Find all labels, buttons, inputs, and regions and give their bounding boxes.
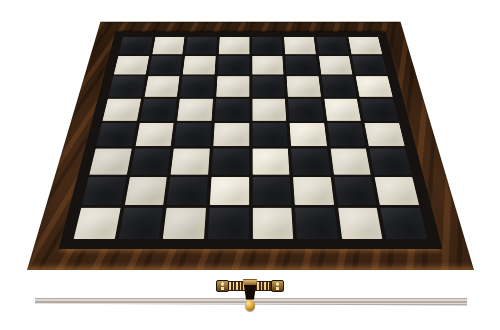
board-square-r8c4	[208, 208, 249, 239]
board-square-r4c3	[177, 99, 213, 121]
board-recess	[58, 32, 442, 249]
board-square-r3c6	[287, 76, 321, 96]
board-square-r8c8	[381, 208, 428, 239]
board-square-r7c2	[124, 177, 167, 205]
board-square-r1c4	[219, 37, 249, 54]
board-square-r6c6	[291, 149, 330, 175]
board-square-r3c8	[356, 76, 393, 96]
latch-screw-plate-right	[271, 280, 284, 292]
board-square-r6c5	[252, 149, 289, 175]
latch-screw-plate-left	[216, 280, 229, 292]
board-square-r3c7	[321, 76, 356, 96]
latch-knob	[245, 300, 255, 311]
board-square-r8c1	[74, 208, 121, 239]
latch-hasp	[243, 279, 257, 300]
board-square-r5c6	[290, 123, 327, 147]
board-square-r6c7	[330, 149, 370, 175]
chess-box-photo	[0, 0, 500, 330]
board-square-r6c4	[212, 149, 249, 175]
board-square-r3c5	[252, 76, 285, 96]
board-square-r4c2	[140, 99, 177, 121]
board-square-r5c4	[213, 123, 249, 147]
board-square-r8c5	[252, 208, 293, 239]
board-square-r8c7	[338, 208, 383, 239]
box-top-wood-frame	[27, 22, 474, 270]
board-square-r7c4	[210, 177, 249, 205]
board-square-r7c8	[375, 177, 419, 205]
board-square-r4c5	[252, 99, 286, 121]
board-square-r1c8	[349, 37, 383, 54]
board-square-r7c1	[82, 177, 126, 205]
board-square-r2c5	[252, 56, 284, 75]
board-square-r6c8	[370, 149, 412, 175]
board-square-r1c6	[284, 37, 316, 54]
board-square-r2c2	[148, 56, 182, 75]
board-square-r3c2	[144, 76, 179, 96]
board-square-r2c7	[319, 56, 353, 75]
board-square-r1c3	[185, 37, 217, 54]
board-square-r2c8	[352, 56, 387, 75]
board-square-r4c1	[103, 99, 141, 121]
board-square-r3c3	[180, 76, 214, 96]
board-square-r5c7	[327, 123, 366, 147]
board-square-r5c1	[96, 123, 136, 147]
board-square-r1c5	[252, 37, 282, 54]
board-square-r5c8	[365, 123, 405, 147]
board-square-r7c5	[252, 177, 291, 205]
board-square-r8c6	[295, 208, 338, 239]
board-square-r4c8	[360, 99, 398, 121]
board-square-r7c6	[293, 177, 334, 205]
board-square-r5c2	[135, 123, 174, 147]
board-square-r2c1	[114, 56, 149, 75]
board-square-r7c3	[167, 177, 208, 205]
board-square-r6c1	[89, 149, 131, 175]
board-square-r2c3	[183, 56, 216, 75]
board-square-r2c6	[285, 56, 318, 75]
board-square-r8c2	[118, 208, 163, 239]
board-square-r5c5	[252, 123, 288, 147]
board-square-r6c2	[130, 149, 170, 175]
board-square-r1c7	[316, 37, 349, 54]
board-square-r4c4	[215, 99, 249, 121]
latch-clasp	[218, 277, 282, 313]
board-square-r5c3	[174, 123, 211, 147]
board-square-r8c3	[163, 208, 206, 239]
board-square-r6c3	[171, 149, 210, 175]
board-square-r1c2	[152, 37, 185, 54]
board-square-r4c6	[288, 99, 324, 121]
board-square-r1c1	[119, 37, 153, 54]
board-square-r7c7	[334, 177, 377, 205]
chess-board-grid	[74, 37, 428, 239]
board-square-r3c4	[216, 76, 249, 96]
board-square-r3c1	[108, 76, 145, 96]
board-square-r4c7	[324, 99, 361, 121]
board-square-r2c4	[217, 56, 249, 75]
